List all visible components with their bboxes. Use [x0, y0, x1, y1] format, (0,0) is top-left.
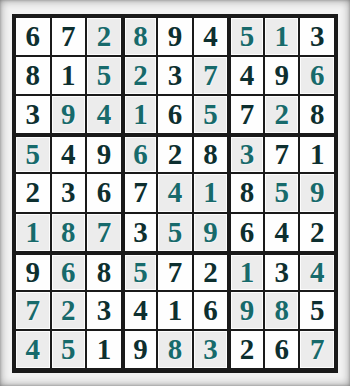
given-digit: 4 — [133, 296, 148, 325]
cell-r6c2[interactable]: 8 — [52, 214, 86, 251]
entry-digit: 5 — [61, 335, 76, 364]
entry-digit: 1 — [274, 22, 289, 51]
entry-digit: 5 — [203, 100, 218, 129]
given-digit: 7 — [61, 22, 76, 51]
entry-digit: 7 — [26, 296, 41, 325]
given-digit: 4 — [61, 140, 76, 169]
cell-r2c2[interactable]: 1 — [52, 57, 86, 94]
cell-r9c7[interactable]: 2 — [229, 331, 263, 368]
cell-r2c8[interactable]: 9 — [265, 57, 299, 94]
cell-r5c2[interactable]: 3 — [52, 174, 86, 211]
entry-digit: 1 — [133, 100, 148, 129]
cell-r9c6[interactable]: 3 — [194, 331, 228, 368]
cell-r1c6[interactable]: 4 — [194, 18, 228, 55]
cell-r5c4[interactable]: 7 — [123, 174, 157, 211]
given-digit: 4 — [274, 218, 289, 247]
entry-digit: 4 — [310, 258, 325, 287]
cell-r1c1[interactable]: 6 — [16, 18, 50, 55]
cell-r7c2[interactable]: 6 — [52, 253, 86, 290]
given-digit: 8 — [203, 140, 218, 169]
entry-digit: 7 — [310, 335, 325, 364]
given-digit: 6 — [168, 100, 183, 129]
entry-digit: 3 — [240, 140, 255, 169]
given-digit: 6 — [203, 296, 218, 325]
entry-digit: 2 — [97, 22, 112, 51]
given-digit: 3 — [26, 100, 41, 129]
entry-digit: 8 — [168, 335, 183, 364]
entry-digit: 6 — [61, 258, 76, 287]
cell-r8c7[interactable]: 9 — [229, 292, 263, 329]
given-digit: 7 — [168, 258, 183, 287]
given-digit: 6 — [97, 178, 112, 207]
entry-digit: 2 — [61, 296, 76, 325]
cell-r1c5[interactable]: 9 — [158, 18, 192, 55]
given-digit: 7 — [240, 100, 255, 129]
cell-r1c7[interactable]: 5 — [229, 18, 263, 55]
entry-digit: 5 — [26, 140, 41, 169]
cell-r8c5[interactable]: 1 — [158, 292, 192, 329]
entry-digit: 3 — [203, 335, 218, 364]
page-background: 6728945138152374963941657285496283712367… — [0, 0, 350, 386]
given-digit: 5 — [310, 296, 325, 325]
cell-r7c1[interactable]: 9 — [16, 253, 50, 290]
given-digit: 3 — [168, 61, 183, 90]
entry-digit: 9 — [310, 178, 325, 207]
cell-r3c7[interactable]: 7 — [229, 96, 263, 133]
cell-r5c9[interactable]: 9 — [300, 174, 334, 211]
cell-r4c2[interactable]: 4 — [52, 135, 86, 172]
entry-digit: 2 — [274, 100, 289, 129]
cell-r1c9[interactable]: 3 — [300, 18, 334, 55]
cell-r2c3[interactable]: 5 — [87, 57, 121, 94]
given-digit: 9 — [97, 140, 112, 169]
cell-r4c3[interactable]: 9 — [87, 135, 121, 172]
entry-digit: 9 — [240, 296, 255, 325]
given-digit: 6 — [26, 22, 41, 51]
given-digit: 9 — [274, 61, 289, 90]
entry-digit: 9 — [61, 100, 76, 129]
entry-digit: 8 — [274, 296, 289, 325]
cell-r6c4[interactable]: 3 — [123, 214, 157, 251]
cell-r8c2[interactable]: 2 — [52, 292, 86, 329]
cell-r8c8[interactable]: 8 — [265, 292, 299, 329]
sudoku-board: 6728945138152374963941657285496283712367… — [12, 14, 338, 373]
given-digit: 2 — [26, 178, 41, 207]
entry-digit: 5 — [133, 258, 148, 287]
cell-r9c3[interactable]: 1 — [87, 331, 121, 368]
cell-r3c6[interactable]: 5 — [194, 96, 228, 133]
cell-r1c8[interactable]: 1 — [265, 18, 299, 55]
given-digit: 7 — [274, 140, 289, 169]
cell-r6c8[interactable]: 4 — [265, 214, 299, 251]
entry-digit: 9 — [203, 218, 218, 247]
cell-r4c7[interactable]: 3 — [229, 135, 263, 172]
entry-digit: 7 — [203, 61, 218, 90]
given-digit: 7 — [133, 178, 148, 207]
given-digit: 1 — [97, 335, 112, 364]
given-digit: 4 — [203, 22, 218, 51]
cell-r4c9[interactable]: 1 — [300, 135, 334, 172]
given-digit: 3 — [97, 296, 112, 325]
cell-r2c4[interactable]: 2 — [123, 57, 157, 94]
given-digit: 3 — [133, 218, 148, 247]
given-digit: 8 — [240, 178, 255, 207]
entry-digit: 1 — [203, 178, 218, 207]
cell-r1c2[interactable]: 7 — [52, 18, 86, 55]
given-digit: 9 — [168, 22, 183, 51]
entry-digit: 5 — [168, 218, 183, 247]
cell-r7c7[interactable]: 1 — [229, 253, 263, 290]
cell-r6c9[interactable]: 2 — [300, 214, 334, 251]
cell-r9c9[interactable]: 7 — [300, 331, 334, 368]
cell-r7c3[interactable]: 8 — [87, 253, 121, 290]
cell-r8c6[interactable]: 6 — [194, 292, 228, 329]
cell-r3c5[interactable]: 6 — [158, 96, 192, 133]
given-digit: 9 — [26, 258, 41, 287]
entry-digit: 6 — [310, 61, 325, 90]
given-digit: 6 — [274, 335, 289, 364]
given-digit: 6 — [240, 218, 255, 247]
cell-r4c5[interactable]: 2 — [158, 135, 192, 172]
entry-digit: 1 — [26, 218, 41, 247]
cell-r6c3[interactable]: 7 — [87, 214, 121, 251]
cell-r8c9[interactable]: 5 — [300, 292, 334, 329]
given-digit: 8 — [26, 61, 41, 90]
cell-r9c4[interactable]: 9 — [123, 331, 157, 368]
cell-r4c4[interactable]: 6 — [123, 135, 157, 172]
entry-digit: 1 — [240, 258, 255, 287]
given-digit: 1 — [168, 296, 183, 325]
cell-r7c6[interactable]: 2 — [194, 253, 228, 290]
entry-digit: 5 — [240, 22, 255, 51]
cell-r3c8[interactable]: 2 — [265, 96, 299, 133]
cell-r7c4[interactable]: 5 — [123, 253, 157, 290]
cell-r4c1[interactable]: 5 — [16, 135, 50, 172]
cell-r6c6[interactable]: 9 — [194, 214, 228, 251]
entry-digit: 5 — [274, 178, 289, 207]
given-digit: 1 — [310, 140, 325, 169]
entry-digit: 4 — [168, 178, 183, 207]
cell-r6c1[interactable]: 1 — [16, 214, 50, 251]
cell-r3c1[interactable]: 3 — [16, 96, 50, 133]
given-digit: 2 — [310, 218, 325, 247]
cell-r7c5[interactable]: 7 — [158, 253, 192, 290]
cell-r6c7[interactable]: 6 — [229, 214, 263, 251]
given-digit: 1 — [61, 61, 76, 90]
cell-r7c9[interactable]: 4 — [300, 253, 334, 290]
cell-r9c8[interactable]: 6 — [265, 331, 299, 368]
cell-r3c3[interactable]: 4 — [87, 96, 121, 133]
cell-r1c4[interactable]: 8 — [123, 18, 157, 55]
given-digit: 4 — [240, 61, 255, 90]
entry-digit: 6 — [133, 140, 148, 169]
cell-r6c5[interactable]: 5 — [158, 214, 192, 251]
given-digit: 3 — [274, 258, 289, 287]
cell-r2c1[interactable]: 8 — [16, 57, 50, 94]
cell-r4c6[interactable]: 8 — [194, 135, 228, 172]
cell-r5c1[interactable]: 2 — [16, 174, 50, 211]
cell-r7c8[interactable]: 3 — [265, 253, 299, 290]
entry-digit: 2 — [133, 61, 148, 90]
cell-r9c2[interactable]: 5 — [52, 331, 86, 368]
given-digit: 8 — [310, 100, 325, 129]
given-digit: 3 — [61, 178, 76, 207]
cell-r3c2[interactable]: 9 — [52, 96, 86, 133]
given-digit: 9 — [133, 335, 148, 364]
cell-r5c6[interactable]: 1 — [194, 174, 228, 211]
given-digit: 3 — [310, 22, 325, 51]
given-digit: 8 — [97, 258, 112, 287]
cell-r9c5[interactable]: 8 — [158, 331, 192, 368]
entry-digit: 4 — [97, 100, 112, 129]
entry-digit: 4 — [26, 335, 41, 364]
cell-r3c9[interactable]: 8 — [300, 96, 334, 133]
entry-digit: 8 — [61, 218, 76, 247]
cell-r5c8[interactable]: 5 — [265, 174, 299, 211]
cell-r8c3[interactable]: 3 — [87, 292, 121, 329]
entry-digit: 5 — [97, 61, 112, 90]
cell-r4c8[interactable]: 7 — [265, 135, 299, 172]
cell-r5c5[interactable]: 4 — [158, 174, 192, 211]
cell-r5c3[interactable]: 6 — [87, 174, 121, 211]
cell-r2c5[interactable]: 3 — [158, 57, 192, 94]
given-digit: 2 — [240, 335, 255, 364]
given-digit: 2 — [203, 258, 218, 287]
given-digit: 2 — [168, 140, 183, 169]
cell-r3c4[interactable]: 1 — [123, 96, 157, 133]
cell-r5c7[interactable]: 8 — [229, 174, 263, 211]
cell-r8c1[interactable]: 7 — [16, 292, 50, 329]
cell-r1c3[interactable]: 2 — [87, 18, 121, 55]
entry-digit: 8 — [133, 22, 148, 51]
cell-r2c6[interactable]: 7 — [194, 57, 228, 94]
cell-r2c9[interactable]: 6 — [300, 57, 334, 94]
cell-r9c1[interactable]: 4 — [16, 331, 50, 368]
cell-r8c4[interactable]: 4 — [123, 292, 157, 329]
cell-r2c7[interactable]: 4 — [229, 57, 263, 94]
entry-digit: 7 — [97, 218, 112, 247]
